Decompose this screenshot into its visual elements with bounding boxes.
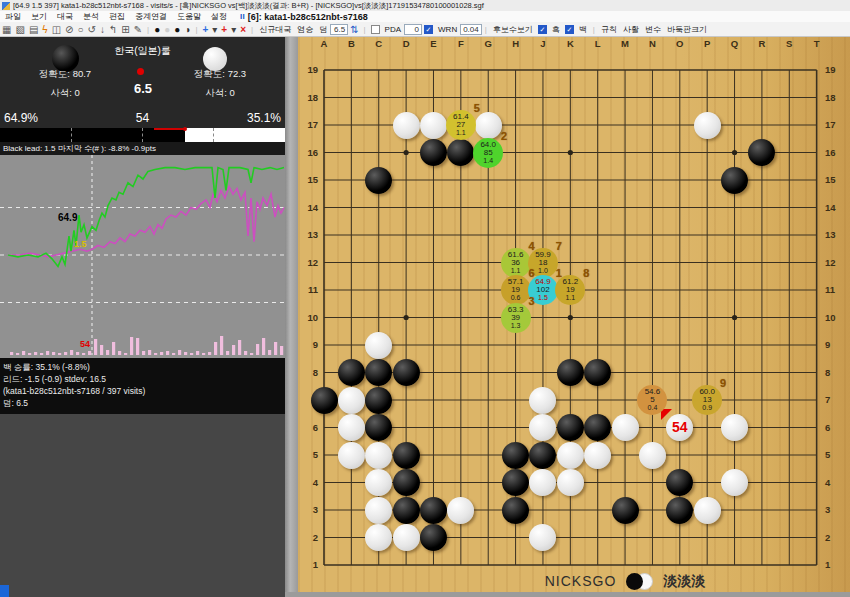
- winrate-bar: [0, 128, 285, 142]
- stone-white-D2: [393, 524, 420, 551]
- candidate-move-H10[interactable]: 63.3391.33: [501, 303, 531, 333]
- wrn-checkbox[interactable]: ✓: [424, 25, 433, 34]
- komi-spinner[interactable]: ⇅: [350, 24, 358, 35]
- graph-winrate-label: 64.9: [58, 212, 77, 223]
- stone-black-O3: [666, 497, 693, 524]
- winrate-row: 64.9% 54 35.1%: [0, 111, 285, 127]
- stone-black-D4: [393, 469, 420, 496]
- menu-item[interactable]: 분석: [83, 12, 99, 21]
- stone-black-M3: [612, 497, 639, 524]
- red-cross-icon[interactable]: +: [221, 24, 227, 35]
- board-icon[interactable]: ▦: [2, 24, 11, 35]
- stone-white-C9: [365, 332, 392, 359]
- candidate-visits: 27: [456, 121, 465, 129]
- white-candidates-checkbox[interactable]: ✓: [565, 25, 574, 34]
- candidate-rank: 9: [720, 379, 726, 387]
- white-stone-icon[interactable]: ●: [164, 24, 170, 35]
- candidate-points: 0.4: [648, 404, 658, 412]
- komi-value: 6.5: [118, 81, 168, 96]
- divider: |: [593, 25, 595, 34]
- black-candidates-checkbox[interactable]: ✓: [538, 25, 547, 34]
- candidate-rank: 7: [556, 242, 562, 250]
- candidate-points: 0.6: [511, 294, 521, 302]
- goban[interactable]: NICKSGO 淡淡淡 ABCDEFGHJKLMNOPQRST191918181…: [285, 37, 850, 597]
- black-check-label: 흑: [552, 24, 560, 35]
- variation-button[interactable]: 변수: [645, 24, 661, 35]
- stone-black-H4: [502, 469, 529, 496]
- lightning-icon[interactable]: ϟ: [42, 24, 47, 35]
- stone-white-P17: [694, 112, 721, 139]
- candidate-move-H12[interactable]: 61.6361.14: [501, 248, 531, 278]
- menu-bar: 파일보기대국분석편집중계연결도움말설정 I I [6]: kata1-b28c5…: [0, 11, 850, 22]
- stone-black-K8: [557, 359, 584, 386]
- app-icon: [2, 2, 10, 10]
- stone-black-A7: [311, 387, 338, 414]
- wrn-input[interactable]: 0.04: [460, 24, 482, 35]
- candidate-visits: 5: [650, 396, 654, 404]
- divider: |: [485, 25, 487, 34]
- info-line: 덤: 6.5: [3, 397, 285, 409]
- stone-white-G17: [475, 112, 502, 139]
- new-game-button[interactable]: 신규대국: [259, 24, 291, 35]
- candidate-rank: 2: [501, 132, 507, 140]
- menu-item[interactable]: 보기: [31, 12, 47, 21]
- divider: |: [251, 25, 253, 34]
- game-subtitle: [6]: kata1-b28c512nbt-s7168: [248, 12, 368, 22]
- black-stone2-icon[interactable]: ●: [174, 24, 180, 35]
- stone-white-D17: [393, 112, 420, 139]
- menu-items: 파일보기대국분석편집중계연결도움말설정: [0, 11, 232, 22]
- analysis-panel: 한국(일본)룰 정확도: 80.7 정확도: 72.3 사석: 0 6.5 사석…: [0, 37, 285, 597]
- last-move-number: 54: [666, 419, 693, 435]
- score-box: 한국(일본)룰 정확도: 80.7 정확도: 72.3 사석: 0 6.5 사석…: [0, 37, 285, 128]
- divider: |: [147, 25, 149, 34]
- black-accuracy: 정확도: 80.7: [10, 68, 120, 81]
- candidate-points: 1.5: [538, 294, 548, 302]
- white-accuracy: 정확도: 72.3: [165, 68, 275, 81]
- wrn-label: WRN: [438, 25, 457, 34]
- stone-white-M6: [612, 414, 639, 441]
- candidate-points: 0.9: [702, 404, 712, 412]
- candidate-points: 1.1: [511, 267, 521, 275]
- taskbar-fragment-icon: [0, 585, 9, 597]
- stone-black-E2: [420, 524, 447, 551]
- graph-lead-label: 1.5: [74, 239, 87, 249]
- divider: |: [364, 25, 366, 34]
- title-bar: [64.9 1.5 397] kata1-b28c512nbt-s7168 - …: [0, 0, 850, 11]
- stone-white-P3: [694, 497, 721, 524]
- candidate-rank: 8: [583, 269, 589, 277]
- divider: |: [195, 25, 197, 34]
- review-button[interactable]: 염승: [297, 24, 313, 35]
- white-check-label: 백: [579, 24, 587, 35]
- candidate-rank: 1: [556, 269, 562, 277]
- blue-cross-icon[interactable]: +: [202, 24, 208, 35]
- stone-white-K5: [557, 442, 584, 469]
- stone-white-E17: [420, 112, 447, 139]
- candidate-visits: 19: [511, 286, 520, 294]
- candidates-label: 후보수보기: [493, 24, 533, 35]
- toolbar: ▦▧▤ϟ◫⊘○↺↓↰⊞✎|●●●◑|+▾+▾×|신규대국염승덤6.5⇅|PDA0…: [0, 22, 850, 37]
- stone-white-C5: [365, 442, 392, 469]
- stone-black-E16: [420, 139, 447, 166]
- stone-white-L5: [584, 442, 611, 469]
- stone-white-B5: [338, 442, 365, 469]
- info-line: 백 승률: 35.1% (-8.8%): [3, 361, 285, 373]
- move-number: 54: [0, 111, 285, 125]
- candidate-rank: 6: [528, 269, 534, 277]
- menu-item[interactable]: 설정: [211, 12, 227, 21]
- review-icon[interactable]: ◫: [52, 24, 61, 35]
- engine-info-box: 백 승률: 35.1% (-8.8%)리드: -1.5 (-0.9) stdev…: [0, 358, 285, 414]
- rotate-icon[interactable]: ↺: [88, 24, 96, 35]
- stone-black-H5: [502, 442, 529, 469]
- pencil-icon[interactable]: ✎: [134, 24, 142, 35]
- winrate-delta-marker: [154, 128, 185, 130]
- candidate-move-P7[interactable]: 60.0130.99: [692, 385, 722, 415]
- stone-black-L8: [584, 359, 611, 386]
- window-title: [64.9 1.5 397] kata1-b28c512nbt-s7168 - …: [13, 1, 484, 11]
- stone-white-C3: [365, 497, 392, 524]
- half-stone-icon[interactable]: ◑: [184, 24, 190, 35]
- folder-icon[interactable]: ▧: [15, 24, 24, 35]
- candidate-rank: 5: [474, 104, 480, 112]
- candidate-points: 1.1: [456, 129, 466, 137]
- komi-label: 덤: [319, 24, 327, 35]
- info-line: (kata1-b28c512nbt-s7168 / 397 visits): [3, 385, 285, 397]
- candidate-move-G16[interactable]: 64.0851.42: [473, 138, 503, 168]
- black-captures: 사석: 0: [10, 87, 120, 100]
- rule-label: 한국(일본)룰: [95, 44, 190, 58]
- stone-white-Q6: [721, 414, 748, 441]
- stone-white-Q4: [721, 469, 748, 496]
- candidate-points: 1.4: [483, 157, 493, 165]
- stone-black-C7: [365, 387, 392, 414]
- stone-black-C15: [365, 167, 392, 194]
- stone-white-J7: [529, 387, 556, 414]
- stone-black-B8: [338, 359, 365, 386]
- graph-move-label: 54: [80, 339, 90, 349]
- stone-black-D5: [393, 442, 420, 469]
- menu-item[interactable]: 편집: [109, 12, 125, 21]
- stone-white-K4: [557, 469, 584, 496]
- white-captures: 사석: 0: [165, 87, 275, 100]
- save-icon[interactable]: ▤: [29, 24, 38, 35]
- board-size-button[interactable]: 바둑판크기: [667, 24, 707, 35]
- stone-white-B6: [338, 414, 365, 441]
- stone-black-E3: [420, 497, 447, 524]
- black-stone-icon: [626, 573, 643, 590]
- menu-item[interactable]: 도움말: [177, 12, 201, 21]
- stone-black-Q15: [721, 167, 748, 194]
- komi-marker-icon: [137, 68, 144, 75]
- candidate-visits: 18: [539, 259, 548, 267]
- pda-input[interactable]: 0: [404, 24, 422, 35]
- rules-button[interactable]: 규칙: [601, 24, 617, 35]
- candidate-visits: 39: [511, 314, 520, 322]
- circle-icon[interactable]: ○: [78, 24, 84, 35]
- white-winrate: 35.1%: [247, 111, 281, 125]
- candidate-points: 1.3: [511, 322, 521, 330]
- pause-icon[interactable]: I I: [240, 12, 244, 21]
- stone-white-B7: [338, 387, 365, 414]
- candidate-rank: 3: [528, 297, 534, 305]
- menu-item[interactable]: 중계연결: [135, 12, 167, 21]
- candidate-visits: 102: [536, 286, 549, 294]
- pda-checkbox[interactable]: [371, 25, 380, 34]
- candidate-rank: 4: [528, 242, 534, 250]
- komi-input[interactable]: 6.5: [330, 24, 348, 35]
- candidate-points: 1.0: [538, 267, 548, 275]
- caret-icon[interactable]: ▾: [212, 24, 217, 35]
- candidate-visits: 13: [703, 396, 712, 404]
- pass-icon[interactable]: ⊘: [65, 24, 73, 35]
- menu-item[interactable]: 파일: [5, 12, 21, 21]
- winrate-bar-black: [0, 128, 185, 142]
- stone-black-H3: [502, 497, 529, 524]
- black-stone-icon[interactable]: ●: [154, 24, 160, 35]
- life-death-button[interactable]: 사활: [623, 24, 639, 35]
- lead-text: Black lead: 1.5 마지막 수(# ): -8.8% -0.9pts: [0, 142, 285, 155]
- app-window: [64.9 1.5 397] kata1-b28c512nbt-s7168 - …: [0, 0, 850, 597]
- undo-icon[interactable]: ↰: [109, 24, 117, 35]
- winrate-delta-dot: [183, 127, 187, 131]
- menu-item[interactable]: 대국: [57, 12, 73, 21]
- grid-icon[interactable]: ⊞: [121, 24, 129, 35]
- info-line: 리드: -1.5 (-0.9) stdev: 16.5: [3, 373, 285, 385]
- stone-white-F3: [447, 497, 474, 524]
- caret2-icon[interactable]: ▾: [231, 24, 236, 35]
- stone-black-L6: [584, 414, 611, 441]
- down-arrow-icon[interactable]: ↓: [100, 24, 105, 35]
- stone-black-J5: [529, 442, 556, 469]
- window-bottom-edge: [285, 592, 850, 597]
- candidate-visits: 19: [566, 286, 575, 294]
- stone-white-N5: [639, 442, 666, 469]
- red-x-icon[interactable]: ×: [240, 24, 246, 35]
- candidate-visits: 36: [511, 259, 520, 267]
- stone-black-D3: [393, 497, 420, 524]
- candidate-points: 1.1: [565, 294, 575, 302]
- candidate-visits: 85: [484, 149, 493, 157]
- candidate-move-H11[interactable]: 57.1190.66: [501, 275, 531, 305]
- winrate-graph[interactable]: 64.9 1.5 54: [0, 155, 285, 358]
- candidate-move-F17[interactable]: 61.4271.15: [446, 110, 476, 140]
- pda-label: PDA: [385, 25, 401, 34]
- stone-black-D8: [393, 359, 420, 386]
- stone-black-K6: [557, 414, 584, 441]
